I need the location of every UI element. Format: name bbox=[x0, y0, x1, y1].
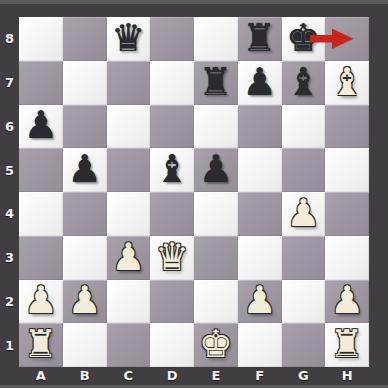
square-a3[interactable] bbox=[19, 236, 63, 280]
square-d4[interactable] bbox=[150, 192, 194, 236]
square-b2[interactable]: ♟ bbox=[63, 280, 107, 324]
square-d7[interactable] bbox=[150, 61, 194, 105]
square-g7[interactable]: ♝ bbox=[282, 61, 326, 105]
square-f4[interactable] bbox=[238, 192, 282, 236]
square-h6[interactable] bbox=[325, 105, 369, 149]
square-b5[interactable]: ♟ bbox=[63, 148, 107, 192]
square-d8[interactable] bbox=[150, 17, 194, 61]
square-b4[interactable] bbox=[63, 192, 107, 236]
rank-label-7: 7 bbox=[0, 61, 19, 105]
piece-black-pawn-f7[interactable]: ♟ bbox=[243, 63, 277, 101]
piece-white-king-e1[interactable]: ♚ bbox=[199, 325, 233, 363]
rank-label-1: 1 bbox=[0, 323, 19, 367]
piece-white-pawn-c3[interactable]: ♟ bbox=[111, 238, 145, 276]
square-a8[interactable] bbox=[19, 17, 63, 61]
square-h4[interactable] bbox=[325, 192, 369, 236]
piece-white-pawn-f2[interactable]: ♟ bbox=[243, 281, 277, 319]
square-g6[interactable] bbox=[282, 105, 326, 149]
square-d3[interactable]: ♛ bbox=[150, 236, 194, 280]
rank-label-8: 8 bbox=[0, 17, 19, 61]
square-f2[interactable]: ♟ bbox=[238, 280, 282, 324]
square-h7[interactable]: ♝ bbox=[325, 61, 369, 105]
chess-board-frame: 87654321 ABCDEFGH ♛♜♚♜♟♝♝♟♟♝♟♟♟♛♟♟♟♟♜♚♜ bbox=[0, 0, 388, 388]
square-a5[interactable] bbox=[19, 148, 63, 192]
file-label-c: C bbox=[107, 367, 151, 385]
file-label-a: A bbox=[19, 367, 63, 385]
square-h1[interactable]: ♜ bbox=[325, 323, 369, 367]
square-h5[interactable] bbox=[325, 148, 369, 192]
piece-black-bishop-g7[interactable]: ♝ bbox=[286, 63, 320, 101]
piece-white-bishop-h7[interactable]: ♝ bbox=[330, 63, 364, 101]
square-b7[interactable] bbox=[63, 61, 107, 105]
square-f8[interactable]: ♜ bbox=[238, 17, 282, 61]
square-b6[interactable] bbox=[63, 105, 107, 149]
file-label-b: B bbox=[63, 367, 107, 385]
piece-white-pawn-b2[interactable]: ♟ bbox=[68, 281, 102, 319]
square-c2[interactable] bbox=[107, 280, 151, 324]
square-a4[interactable] bbox=[19, 192, 63, 236]
frame-top-strip bbox=[0, 0, 388, 4]
square-a7[interactable] bbox=[19, 61, 63, 105]
piece-black-bishop-d5[interactable]: ♝ bbox=[155, 150, 189, 188]
square-e4[interactable] bbox=[194, 192, 238, 236]
rank-label-3: 3 bbox=[0, 236, 19, 280]
square-f5[interactable] bbox=[238, 148, 282, 192]
square-a2[interactable]: ♟ bbox=[19, 280, 63, 324]
square-d5[interactable]: ♝ bbox=[150, 148, 194, 192]
square-a6[interactable]: ♟ bbox=[19, 105, 63, 149]
square-e6[interactable] bbox=[194, 105, 238, 149]
square-e3[interactable] bbox=[194, 236, 238, 280]
piece-black-pawn-a6[interactable]: ♟ bbox=[24, 106, 58, 144]
square-h3[interactable] bbox=[325, 236, 369, 280]
square-d6[interactable] bbox=[150, 105, 194, 149]
piece-white-pawn-a2[interactable]: ♟ bbox=[24, 281, 58, 319]
square-c5[interactable] bbox=[107, 148, 151, 192]
rank-label-5: 5 bbox=[0, 148, 19, 192]
square-d1[interactable] bbox=[150, 323, 194, 367]
piece-black-pawn-b5[interactable]: ♟ bbox=[68, 150, 102, 188]
piece-white-pawn-g4[interactable]: ♟ bbox=[286, 194, 320, 232]
square-g4[interactable]: ♟ bbox=[282, 192, 326, 236]
piece-black-king-g8[interactable]: ♚ bbox=[286, 19, 320, 57]
square-f7[interactable]: ♟ bbox=[238, 61, 282, 105]
chess-board: ♛♜♚♜♟♝♝♟♟♝♟♟♟♛♟♟♟♟♜♚♜ bbox=[19, 17, 369, 367]
square-e2[interactable] bbox=[194, 280, 238, 324]
piece-black-rook-f8[interactable]: ♜ bbox=[243, 19, 277, 57]
rank-labels: 87654321 bbox=[0, 17, 19, 367]
square-e7[interactable]: ♜ bbox=[194, 61, 238, 105]
square-g2[interactable] bbox=[282, 280, 326, 324]
piece-white-rook-h1[interactable]: ♜ bbox=[330, 325, 364, 363]
square-f3[interactable] bbox=[238, 236, 282, 280]
square-c3[interactable]: ♟ bbox=[107, 236, 151, 280]
square-e8[interactable] bbox=[194, 17, 238, 61]
file-labels: ABCDEFGH bbox=[19, 367, 369, 385]
rank-label-2: 2 bbox=[0, 280, 19, 324]
rank-label-4: 4 bbox=[0, 192, 19, 236]
rank-label-6: 6 bbox=[0, 105, 19, 149]
file-label-f: F bbox=[238, 367, 282, 385]
square-c6[interactable] bbox=[107, 105, 151, 149]
piece-black-rook-e7[interactable]: ♜ bbox=[199, 63, 233, 101]
file-label-e: E bbox=[194, 367, 238, 385]
square-g1[interactable] bbox=[282, 323, 326, 367]
square-c1[interactable] bbox=[107, 323, 151, 367]
square-g5[interactable] bbox=[282, 148, 326, 192]
square-c7[interactable] bbox=[107, 61, 151, 105]
square-b8[interactable] bbox=[63, 17, 107, 61]
piece-white-pawn-h2[interactable]: ♟ bbox=[330, 281, 364, 319]
square-h2[interactable]: ♟ bbox=[325, 280, 369, 324]
square-f6[interactable] bbox=[238, 105, 282, 149]
square-e1[interactable]: ♚ bbox=[194, 323, 238, 367]
square-d2[interactable] bbox=[150, 280, 194, 324]
square-f1[interactable] bbox=[238, 323, 282, 367]
square-h8[interactable] bbox=[325, 17, 369, 61]
piece-white-queen-d3[interactable]: ♛ bbox=[155, 238, 189, 276]
piece-black-queen-c8[interactable]: ♛ bbox=[111, 19, 145, 57]
square-g8[interactable]: ♚ bbox=[282, 17, 326, 61]
square-g3[interactable] bbox=[282, 236, 326, 280]
square-b1[interactable] bbox=[63, 323, 107, 367]
square-b3[interactable] bbox=[63, 236, 107, 280]
square-e5[interactable]: ♟ bbox=[194, 148, 238, 192]
file-label-g: G bbox=[282, 367, 326, 385]
square-c8[interactable]: ♛ bbox=[107, 17, 151, 61]
square-a1[interactable]: ♜ bbox=[19, 323, 63, 367]
file-label-h: H bbox=[325, 367, 369, 385]
piece-white-rook-a1[interactable]: ♜ bbox=[24, 325, 58, 363]
piece-black-pawn-e5[interactable]: ♟ bbox=[199, 150, 233, 188]
square-c4[interactable] bbox=[107, 192, 151, 236]
file-label-d: D bbox=[150, 367, 194, 385]
